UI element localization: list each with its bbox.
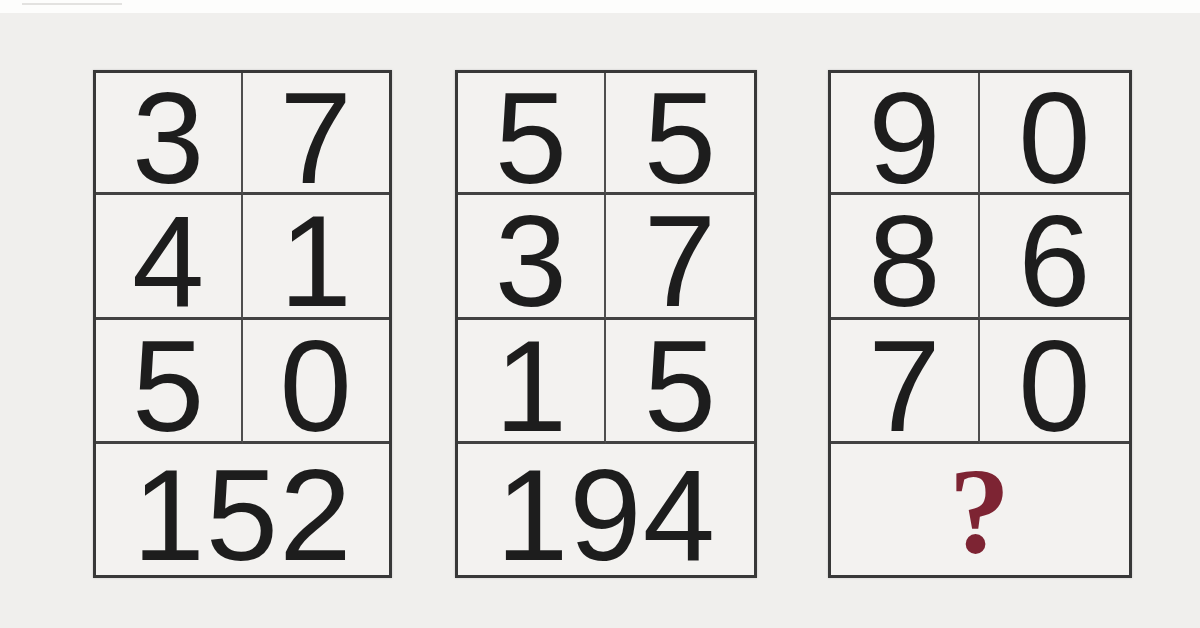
grid2-cell-r1c2: 5: [606, 73, 754, 195]
grid3-cell-r1c2: 0: [980, 73, 1129, 195]
grid-board-2: 5 5 3 7 1 5 194: [455, 70, 757, 578]
grid1-cell-r2c1: 4: [96, 195, 243, 320]
grid1-cell-r3c1: 5: [96, 320, 243, 444]
grid1-cell-r1c2: 7: [243, 73, 390, 195]
grid1-cell-r2c2: 1: [243, 195, 390, 320]
grid-board-3: 9 0 8 6 7 0 ?: [828, 70, 1132, 578]
grid3-cell-r2c1: 8: [831, 195, 980, 320]
grid2-result: 194: [458, 444, 754, 580]
grid2-cell-r3c1: 1: [458, 320, 606, 444]
grid2-cell-r2c2: 7: [606, 195, 754, 320]
grid3-cell-r1c1: 9: [831, 73, 980, 195]
grid3-cell-r3c2: 0: [980, 320, 1129, 444]
grid2-cell-r3c2: 5: [606, 320, 754, 444]
grid3-cell-r2c2: 6: [980, 195, 1129, 320]
grid1-result: 152: [96, 444, 389, 580]
grid3-cell-r3c1: 7: [831, 320, 980, 444]
grid2-cell-r1c1: 5: [458, 73, 606, 195]
puzzle-canvas: 3 7 4 1 5 0 152 5 5 3 7 1 5 194 9 0 8 6 …: [0, 0, 1200, 628]
grid3-result-question-mark: ?: [831, 444, 1129, 575]
top-strip: [0, 0, 1200, 13]
grid1-cell-r3c2: 0: [243, 320, 390, 444]
grid2-cell-r2c1: 3: [458, 195, 606, 320]
top-strip-mark: [22, 3, 122, 5]
grid1-cell-r1c1: 3: [96, 73, 243, 195]
grid-board-1: 3 7 4 1 5 0 152: [93, 70, 392, 578]
